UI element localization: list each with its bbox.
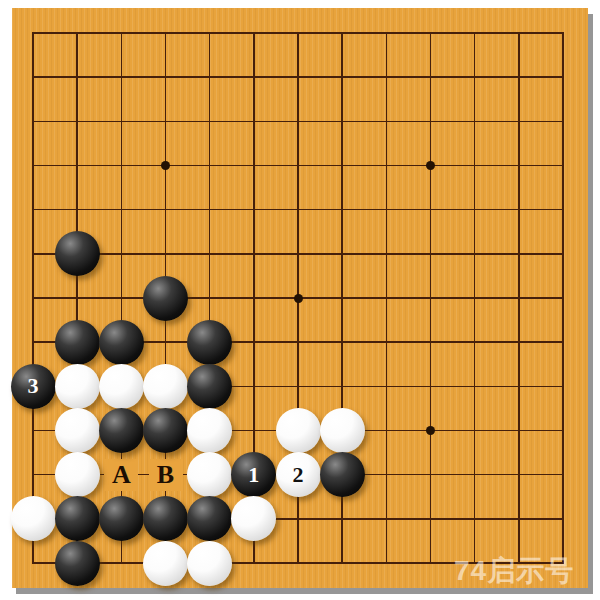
grid-line-vertical — [562, 32, 564, 564]
black-stone — [187, 320, 232, 365]
black-stone — [55, 320, 100, 365]
white-stone — [143, 541, 188, 586]
white-stone — [276, 408, 321, 453]
star-point — [426, 161, 435, 170]
black-stone — [187, 364, 232, 409]
grid-line-vertical — [474, 32, 476, 564]
star-point — [294, 294, 303, 303]
white-stone — [143, 364, 188, 409]
white-stone — [320, 408, 365, 453]
grid-line-vertical — [386, 32, 388, 564]
black-stone — [55, 541, 100, 586]
white-stone — [55, 408, 100, 453]
black-stone — [143, 408, 188, 453]
white-stone — [187, 408, 232, 453]
black-stone: 1 — [231, 452, 276, 497]
black-stone — [99, 320, 144, 365]
white-stone: 2 — [276, 452, 321, 497]
black-stone — [55, 231, 100, 276]
black-stone — [99, 408, 144, 453]
white-stone — [187, 452, 232, 497]
diagram-page: AB312 74启示号 — [0, 0, 600, 600]
watermark-text: 74启示号 — [454, 552, 574, 590]
white-stone — [187, 541, 232, 586]
black-stone — [55, 496, 100, 541]
move-number-label: 2 — [293, 464, 304, 486]
black-stone: 3 — [11, 364, 56, 409]
black-stone — [320, 452, 365, 497]
white-stone — [11, 496, 56, 541]
move-number-label: 1 — [248, 464, 259, 486]
star-point — [161, 161, 170, 170]
grid-line-vertical — [430, 32, 432, 564]
black-stone — [187, 496, 232, 541]
point-label: A — [104, 459, 138, 491]
white-stone — [99, 364, 144, 409]
black-stone — [143, 496, 188, 541]
move-number-label: 3 — [28, 375, 39, 397]
go-board: AB312 — [12, 8, 588, 588]
white-stone — [55, 364, 100, 409]
point-label: B — [149, 459, 183, 491]
black-stone — [143, 276, 188, 321]
white-stone — [231, 496, 276, 541]
white-stone — [55, 452, 100, 497]
star-point — [426, 426, 435, 435]
black-stone — [99, 496, 144, 541]
grid-line-vertical — [518, 32, 520, 564]
